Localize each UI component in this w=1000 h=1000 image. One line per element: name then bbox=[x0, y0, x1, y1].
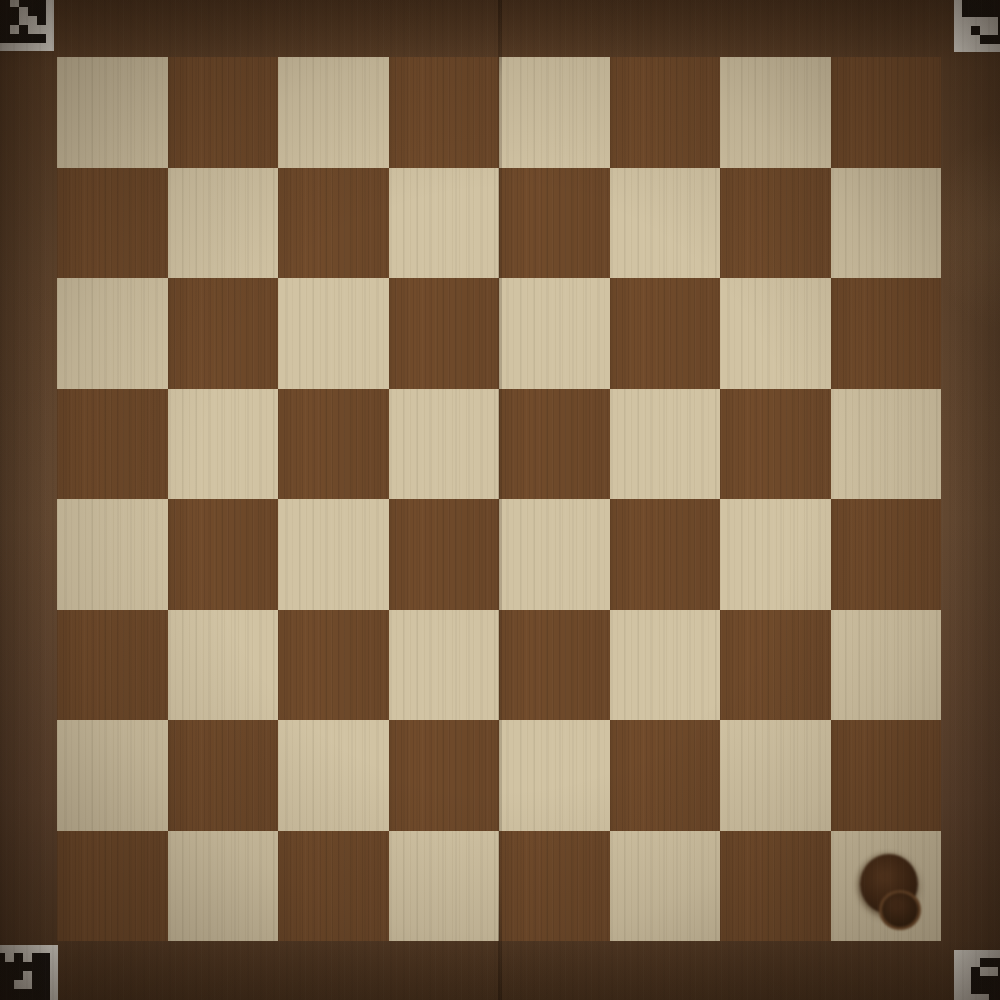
square-a7[interactable] bbox=[57, 168, 168, 279]
square-a3[interactable] bbox=[57, 610, 168, 721]
marker-cell bbox=[37, 34, 46, 43]
marker-cell bbox=[980, 958, 989, 967]
square-g8[interactable] bbox=[720, 57, 831, 168]
fiducial-marker-top-left bbox=[0, 0, 54, 51]
marker-cell bbox=[41, 962, 50, 971]
marker-cell bbox=[14, 971, 23, 980]
marker-cell bbox=[23, 953, 32, 962]
marker-cell bbox=[989, 967, 998, 976]
square-d7[interactable] bbox=[389, 168, 500, 279]
marker-cell bbox=[980, 26, 989, 35]
square-h8[interactable] bbox=[831, 57, 942, 168]
marker-cell bbox=[14, 962, 23, 971]
marker-cell bbox=[980, 994, 989, 1000]
square-e5[interactable] bbox=[499, 389, 610, 500]
marker-cell bbox=[1, 16, 10, 25]
marker-cell bbox=[989, 0, 998, 8]
square-a2[interactable] bbox=[57, 720, 168, 831]
square-f4[interactable] bbox=[610, 499, 721, 610]
chessboard-photo: ♟ bbox=[0, 0, 1000, 1000]
marker-cell bbox=[37, 16, 46, 25]
square-g1[interactable] bbox=[720, 831, 831, 942]
square-f3[interactable] bbox=[610, 610, 721, 721]
square-a8[interactable] bbox=[57, 57, 168, 168]
square-a1[interactable] bbox=[57, 831, 168, 942]
marker-cell bbox=[962, 967, 971, 976]
square-f6[interactable] bbox=[610, 278, 721, 389]
square-g7[interactable] bbox=[720, 168, 831, 279]
marker-cell bbox=[23, 989, 32, 998]
black-pawn-h1[interactable]: ♟ bbox=[858, 854, 924, 932]
marker-cell bbox=[1, 25, 10, 34]
square-h6[interactable] bbox=[831, 278, 942, 389]
marker-cell bbox=[962, 35, 971, 44]
marker-cell bbox=[10, 0, 19, 7]
marker-cell bbox=[14, 953, 23, 962]
square-e4[interactable] bbox=[499, 499, 610, 610]
square-b8[interactable] bbox=[168, 57, 279, 168]
square-a6[interactable] bbox=[57, 278, 168, 389]
marker-cell bbox=[5, 980, 14, 989]
marker-cell bbox=[1, 34, 10, 43]
square-d8[interactable] bbox=[389, 57, 500, 168]
marker-cell bbox=[971, 994, 980, 1000]
marker-cell bbox=[980, 8, 989, 17]
square-c6[interactable] bbox=[278, 278, 389, 389]
square-b1[interactable] bbox=[168, 831, 279, 942]
square-f2[interactable] bbox=[610, 720, 721, 831]
square-c3[interactable] bbox=[278, 610, 389, 721]
marker-cell bbox=[28, 34, 37, 43]
marker-cell bbox=[19, 0, 28, 7]
square-g2[interactable] bbox=[720, 720, 831, 831]
marker-cell bbox=[32, 980, 41, 989]
square-d1[interactable] bbox=[389, 831, 500, 942]
marker-cell bbox=[32, 962, 41, 971]
marker-cell bbox=[37, 7, 46, 16]
marker-cell bbox=[41, 980, 50, 989]
marker-cell bbox=[10, 16, 19, 25]
marker-cell bbox=[971, 985, 980, 994]
square-h7[interactable] bbox=[831, 168, 942, 279]
square-h4[interactable] bbox=[831, 499, 942, 610]
square-e6[interactable] bbox=[499, 278, 610, 389]
square-e7[interactable] bbox=[499, 168, 610, 279]
square-e1[interactable] bbox=[499, 831, 610, 942]
marker-cell bbox=[23, 971, 32, 980]
marker-cell bbox=[962, 0, 971, 8]
square-b7[interactable] bbox=[168, 168, 279, 279]
marker-cell bbox=[989, 994, 998, 1000]
square-c5[interactable] bbox=[278, 389, 389, 500]
marker-cell bbox=[32, 971, 41, 980]
marker-pattern bbox=[0, 953, 50, 1000]
square-d4[interactable] bbox=[389, 499, 500, 610]
marker-cell bbox=[980, 985, 989, 994]
marker-cell bbox=[962, 958, 971, 967]
square-b6[interactable] bbox=[168, 278, 279, 389]
square-g6[interactable] bbox=[720, 278, 831, 389]
marker-cell bbox=[989, 985, 998, 994]
marker-cell bbox=[41, 989, 50, 998]
marker-cell bbox=[14, 980, 23, 989]
marker-cell bbox=[37, 25, 46, 34]
square-d5[interactable] bbox=[389, 389, 500, 500]
marker-cell bbox=[28, 7, 37, 16]
marker-cell bbox=[971, 0, 980, 8]
marker-cell bbox=[23, 980, 32, 989]
marker-pattern bbox=[962, 958, 1000, 1000]
marker-cell bbox=[1, 0, 10, 7]
square-c8[interactable] bbox=[278, 57, 389, 168]
square-f5[interactable] bbox=[610, 389, 721, 500]
chessboard bbox=[57, 57, 941, 941]
marker-cell bbox=[10, 34, 19, 43]
square-f1[interactable] bbox=[610, 831, 721, 942]
marker-cell bbox=[989, 976, 998, 985]
marker-cell bbox=[28, 16, 37, 25]
square-e8[interactable] bbox=[499, 57, 610, 168]
marker-cell bbox=[10, 25, 19, 34]
square-c4[interactable] bbox=[278, 499, 389, 610]
square-d2[interactable] bbox=[389, 720, 500, 831]
square-h3[interactable] bbox=[831, 610, 942, 721]
marker-cell bbox=[14, 989, 23, 998]
fiducial-marker-bottom-right bbox=[954, 950, 1000, 1000]
square-f8[interactable] bbox=[610, 57, 721, 168]
square-b2[interactable] bbox=[168, 720, 279, 831]
marker-cell bbox=[962, 985, 971, 994]
marker-cell bbox=[5, 989, 14, 998]
marker-cell bbox=[5, 962, 14, 971]
square-f7[interactable] bbox=[610, 168, 721, 279]
marker-cell bbox=[41, 953, 50, 962]
marker-cell bbox=[971, 967, 980, 976]
marker-cell bbox=[23, 962, 32, 971]
square-h5[interactable] bbox=[831, 389, 942, 500]
square-h2[interactable] bbox=[831, 720, 942, 831]
marker-cell bbox=[980, 17, 989, 26]
marker-cell bbox=[5, 953, 14, 962]
square-b5[interactable] bbox=[168, 389, 279, 500]
marker-cell bbox=[980, 967, 989, 976]
marker-cell bbox=[19, 34, 28, 43]
marker-cell bbox=[962, 8, 971, 17]
square-c1[interactable] bbox=[278, 831, 389, 942]
square-a5[interactable] bbox=[57, 389, 168, 500]
marker-cell bbox=[971, 17, 980, 26]
marker-cell bbox=[10, 7, 19, 16]
fiducial-marker-top-right bbox=[954, 0, 1000, 52]
marker-cell bbox=[989, 35, 998, 44]
square-a4[interactable] bbox=[57, 499, 168, 610]
square-e3[interactable] bbox=[499, 610, 610, 721]
marker-cell bbox=[32, 953, 41, 962]
marker-cell bbox=[41, 971, 50, 980]
marker-cell bbox=[962, 17, 971, 26]
marker-pattern bbox=[0, 0, 46, 43]
square-b4[interactable] bbox=[168, 499, 279, 610]
square-g3[interactable] bbox=[720, 610, 831, 721]
marker-cell bbox=[962, 26, 971, 35]
square-g5[interactable] bbox=[720, 389, 831, 500]
marker-cell bbox=[980, 0, 989, 8]
marker-cell bbox=[989, 958, 998, 967]
marker-cell bbox=[989, 26, 998, 35]
square-c7[interactable] bbox=[278, 168, 389, 279]
square-b3[interactable] bbox=[168, 610, 279, 721]
marker-cell bbox=[989, 17, 998, 26]
square-c2[interactable] bbox=[278, 720, 389, 831]
marker-cell bbox=[19, 16, 28, 25]
marker-cell bbox=[962, 994, 971, 1000]
square-e2[interactable] bbox=[499, 720, 610, 831]
marker-cell bbox=[28, 25, 37, 34]
marker-cell bbox=[5, 971, 14, 980]
marker-cell bbox=[37, 0, 46, 7]
marker-pattern bbox=[962, 0, 1000, 44]
pawn-glyph: ♟ bbox=[858, 854, 924, 932]
marker-cell bbox=[32, 989, 41, 998]
square-d3[interactable] bbox=[389, 610, 500, 721]
marker-cell bbox=[971, 26, 980, 35]
marker-cell bbox=[971, 8, 980, 17]
marker-cell bbox=[1, 7, 10, 16]
marker-cell bbox=[980, 976, 989, 985]
marker-cell bbox=[971, 35, 980, 44]
fiducial-marker-bottom-left bbox=[0, 945, 58, 1000]
marker-cell bbox=[980, 35, 989, 44]
square-g4[interactable] bbox=[720, 499, 831, 610]
marker-cell bbox=[971, 958, 980, 967]
marker-cell bbox=[28, 0, 37, 7]
marker-cell bbox=[989, 8, 998, 17]
marker-cell bbox=[962, 976, 971, 985]
marker-cell bbox=[971, 976, 980, 985]
marker-cell bbox=[19, 25, 28, 34]
square-d6[interactable] bbox=[389, 278, 500, 389]
marker-cell bbox=[19, 7, 28, 16]
